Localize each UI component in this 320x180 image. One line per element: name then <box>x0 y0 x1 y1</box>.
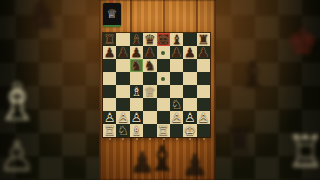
piece-black-pawn[interactable]: ♟ <box>117 46 129 59</box>
square-b6[interactable] <box>116 59 129 72</box>
square-f7[interactable]: ♟ <box>170 46 183 59</box>
square-b4[interactable] <box>116 85 129 98</box>
square-a7[interactable]: ♟ <box>103 46 116 59</box>
right-blur-fill <box>216 0 320 180</box>
move-hint-dot <box>161 51 165 55</box>
square-a1[interactable]: ♖ <box>103 124 116 137</box>
white-queen-avatar-icon: ♕ <box>107 8 118 20</box>
square-c6[interactable]: ♞ <box>130 59 143 72</box>
square-f1[interactable] <box>170 124 183 137</box>
piece-white-queen[interactable]: ♕ <box>144 85 156 98</box>
piece-white-knight[interactable]: ♘ <box>117 124 129 137</box>
square-h6[interactable] <box>197 59 210 72</box>
piece-black-pawn[interactable]: ♟ <box>171 46 183 59</box>
piece-black-knight[interactable]: ♞ <box>131 59 143 72</box>
square-g1[interactable]: ♔ <box>183 124 196 137</box>
piece-black-pawn[interactable]: ♟ <box>104 46 116 59</box>
square-f2[interactable]: ♙ <box>170 111 183 124</box>
square-h7[interactable]: ♟ <box>197 46 210 59</box>
piece-black-king[interactable]: ♚ <box>157 33 169 46</box>
square-g4[interactable] <box>183 85 196 98</box>
square-c4[interactable]: ♗ <box>130 85 143 98</box>
square-e7[interactable] <box>157 46 170 59</box>
square-d6[interactable]: ♞ <box>143 59 156 72</box>
square-c1[interactable]: ♗ <box>130 124 143 137</box>
square-b7[interactable]: ♟ <box>116 46 129 59</box>
square-e1[interactable]: ♖ <box>157 124 170 137</box>
piece-white-bishop[interactable]: ♗ <box>131 124 143 137</box>
square-b1[interactable]: ♘ <box>116 124 129 137</box>
square-h5[interactable] <box>197 72 210 85</box>
piece-black-pawn[interactable]: ♟ <box>184 46 196 59</box>
square-e5[interactable] <box>157 72 170 85</box>
square-d4[interactable]: ♕ <box>143 85 156 98</box>
board-edge-tick <box>163 138 165 140</box>
board-edge-tick <box>109 138 111 140</box>
square-f6[interactable] <box>170 59 183 72</box>
square-f5[interactable] <box>170 72 183 85</box>
piece-white-rook[interactable]: ♖ <box>157 124 169 137</box>
square-a5[interactable] <box>103 72 116 85</box>
chess-board: ♜♝♛♚♝♜♟♟♟♟♟♟♟♞♞♗♕♘♙♙♙♙♙♙♖♘♗♖♔ <box>103 33 210 137</box>
piece-white-bishop[interactable]: ♗ <box>131 85 143 98</box>
square-e6[interactable] <box>157 59 170 72</box>
square-a6[interactable] <box>103 59 116 72</box>
square-d3[interactable] <box>143 98 156 111</box>
piece-black-pawn[interactable]: ♟ <box>197 46 209 59</box>
square-g7[interactable]: ♟ <box>183 46 196 59</box>
square-e3[interactable] <box>157 98 170 111</box>
square-h4[interactable] <box>197 85 210 98</box>
piece-white-king[interactable]: ♔ <box>184 124 196 137</box>
board-edge-tick <box>176 138 178 140</box>
square-g5[interactable] <box>183 72 196 85</box>
channel-avatar[interactable]: ♕ <box>103 3 121 27</box>
left-blur-fill <box>0 0 99 180</box>
piece-black-knight[interactable]: ♞ <box>144 59 156 72</box>
piece-white-rook[interactable]: ♖ <box>104 124 116 137</box>
square-e8[interactable]: ♚ <box>157 33 170 46</box>
video-frame: ♕ ♜♝♛♚♝♜♟♟♟♟♟♟♟♞♞♗♕♘♙♙♙♙♙♙♖♘♗♖♔ ♞♗♙♚♝♜♖♟… <box>0 0 320 180</box>
board-edge-tick <box>203 138 205 140</box>
square-d2[interactable] <box>143 111 156 124</box>
square-e4[interactable] <box>157 85 170 98</box>
move-hint-dot <box>161 77 165 81</box>
piece-white-pawn[interactable]: ♙ <box>197 111 209 124</box>
piece-white-pawn[interactable]: ♙ <box>171 111 183 124</box>
square-b5[interactable] <box>116 72 129 85</box>
square-d1[interactable] <box>143 124 156 137</box>
board-edge-tick <box>136 138 138 140</box>
square-g6[interactable] <box>183 59 196 72</box>
square-h1[interactable] <box>197 124 210 137</box>
square-a4[interactable] <box>103 85 116 98</box>
square-h2[interactable]: ♙ <box>197 111 210 124</box>
avatar-notification-dot <box>110 0 113 3</box>
